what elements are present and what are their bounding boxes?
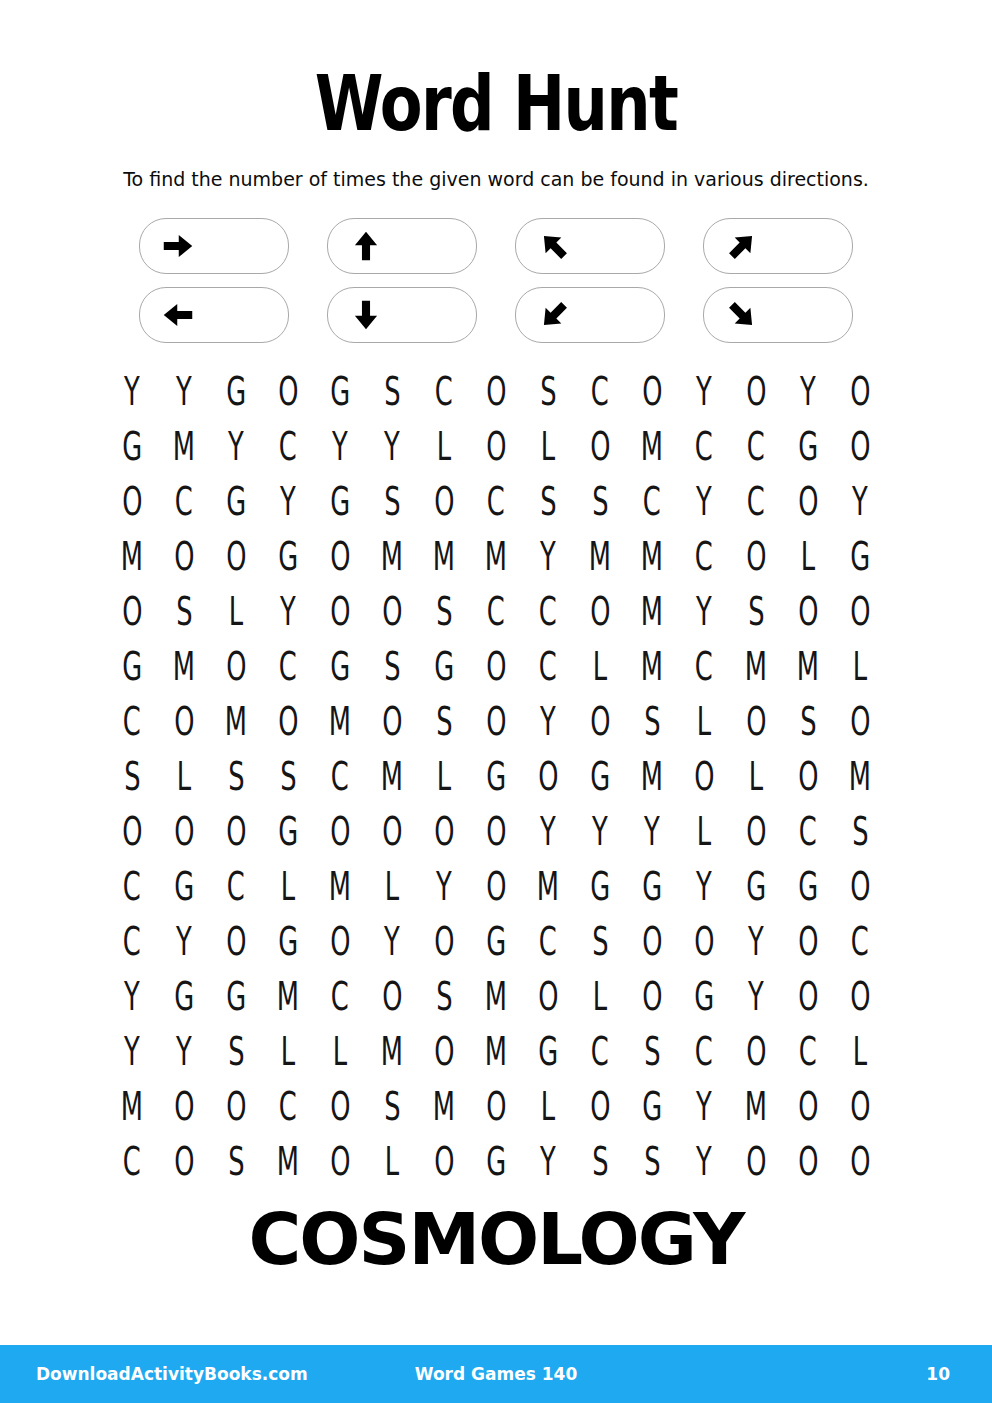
grid-letter: M bbox=[381, 537, 403, 576]
grid-cell: Y bbox=[158, 1024, 210, 1079]
grid-letter: Y bbox=[644, 812, 660, 851]
grid-cell: C bbox=[574, 1024, 626, 1079]
grid-cell: L bbox=[522, 1079, 574, 1134]
grid-cell: M bbox=[626, 529, 678, 584]
grid-cell: Y bbox=[678, 584, 730, 639]
grid-letter: L bbox=[385, 867, 399, 906]
grid-cell: G bbox=[314, 639, 366, 694]
grid-cell: G bbox=[210, 969, 262, 1024]
grid-letter: Y bbox=[540, 702, 556, 741]
grid-cell: O bbox=[470, 419, 522, 474]
grid-cell: O bbox=[418, 914, 470, 969]
grid-cell: G bbox=[418, 639, 470, 694]
grid-letter: G bbox=[278, 922, 298, 961]
grid-cell: S bbox=[418, 969, 470, 1024]
grid-cell: Y bbox=[522, 529, 574, 584]
grid-letter: C bbox=[123, 867, 141, 906]
grid-letter: O bbox=[798, 757, 818, 796]
grid-letter: S bbox=[228, 1032, 244, 1071]
grid-letter: C bbox=[175, 482, 193, 521]
grid-cell: M bbox=[418, 1079, 470, 1134]
grid-letter: O bbox=[434, 1032, 454, 1071]
grid-cell: C bbox=[782, 804, 834, 859]
grid-letter: C bbox=[123, 1142, 141, 1181]
grid-cell: L bbox=[418, 749, 470, 804]
grid-cell: M bbox=[314, 859, 366, 914]
grid-letter: L bbox=[697, 702, 711, 741]
grid-cell: O bbox=[470, 1079, 522, 1134]
grid-letter: C bbox=[695, 1032, 713, 1071]
grid-cell: S bbox=[210, 749, 262, 804]
grid-letter: L bbox=[697, 812, 711, 851]
grid-letter: S bbox=[748, 592, 764, 631]
grid-letter: L bbox=[229, 592, 243, 631]
grid-cell: C bbox=[106, 859, 158, 914]
grid-cell: S bbox=[366, 474, 418, 529]
grid-letter: M bbox=[433, 1087, 455, 1126]
grid-cell: M bbox=[522, 859, 574, 914]
grid-cell: O bbox=[158, 1134, 210, 1189]
grid-letter: C bbox=[279, 427, 297, 466]
grid-letter: O bbox=[486, 647, 506, 686]
grid-letter: Y bbox=[176, 1032, 192, 1071]
grid-letter: G bbox=[694, 977, 714, 1016]
grid-cell: Y bbox=[210, 419, 262, 474]
grid-cell: C bbox=[262, 1079, 314, 1134]
grid-letter: S bbox=[436, 592, 452, 631]
grid-letter: Y bbox=[696, 482, 712, 521]
grid-letter: C bbox=[435, 372, 453, 411]
grid-cell: G bbox=[678, 969, 730, 1024]
grid-letter: O bbox=[122, 592, 142, 631]
grid-letter: O bbox=[538, 977, 558, 1016]
grid-cell: O bbox=[106, 804, 158, 859]
grid-letter: S bbox=[852, 812, 868, 851]
grid-letter: O bbox=[434, 482, 454, 521]
grid-cell: M bbox=[470, 1024, 522, 1079]
grid-letter: G bbox=[746, 867, 766, 906]
grid-cell: O bbox=[470, 694, 522, 749]
grid-cell: M bbox=[834, 749, 886, 804]
grid-letter: O bbox=[330, 922, 350, 961]
grid-letter: C bbox=[851, 922, 869, 961]
grid-cell: M bbox=[106, 529, 158, 584]
grid-cell: Y bbox=[418, 859, 470, 914]
grid-letter: G bbox=[278, 812, 298, 851]
grid-letter: C bbox=[279, 647, 297, 686]
grid-cell: Y bbox=[782, 364, 834, 419]
grid-letter: O bbox=[486, 372, 506, 411]
grid-cell: L bbox=[262, 1024, 314, 1079]
grid-letter: M bbox=[537, 867, 559, 906]
grid-cell: S bbox=[574, 474, 626, 529]
grid-letter: Y bbox=[124, 977, 140, 1016]
grid-cell: O bbox=[470, 804, 522, 859]
grid-letter: O bbox=[538, 757, 558, 796]
grid-letter: O bbox=[746, 1032, 766, 1071]
grid-letter: O bbox=[330, 592, 350, 631]
grid-letter: S bbox=[592, 922, 608, 961]
grid-cell: O bbox=[834, 364, 886, 419]
grid-letter: O bbox=[642, 922, 662, 961]
grid-cell: M bbox=[158, 419, 210, 474]
grid-letter: O bbox=[590, 702, 610, 741]
grid-letter: M bbox=[641, 427, 663, 466]
grid-letter: Y bbox=[696, 592, 712, 631]
grid-cell: O bbox=[210, 639, 262, 694]
grid-letter: O bbox=[226, 537, 246, 576]
word-search-grid: YYGOGSCOSCOYOYOGMYCYYLOLOMCCGOOCGYGSOCSS… bbox=[0, 364, 992, 1189]
grid-letter: M bbox=[641, 757, 663, 796]
grid-letter: S bbox=[384, 482, 400, 521]
grid-cell: L bbox=[574, 639, 626, 694]
grid-cell: O bbox=[158, 1079, 210, 1134]
grid-letter: S bbox=[800, 702, 816, 741]
grid-letter: L bbox=[541, 1087, 555, 1126]
grid-cell: C bbox=[158, 474, 210, 529]
grid-letter: O bbox=[642, 977, 662, 1016]
grid-letter: O bbox=[382, 977, 402, 1016]
grid-cell: C bbox=[522, 639, 574, 694]
grid-cell: L bbox=[678, 804, 730, 859]
grid-cell: C bbox=[574, 364, 626, 419]
grid-cell: G bbox=[626, 1079, 678, 1134]
grid-letter: M bbox=[329, 867, 351, 906]
grid-letter: O bbox=[382, 592, 402, 631]
grid-cell: M bbox=[158, 639, 210, 694]
grid-letter: O bbox=[122, 812, 142, 851]
grid-letter: O bbox=[434, 922, 454, 961]
grid-cell: L bbox=[730, 749, 782, 804]
grid-letter: C bbox=[747, 427, 765, 466]
grid-letter: O bbox=[226, 922, 246, 961]
grid-cell: O bbox=[314, 529, 366, 584]
grid-cell: L bbox=[314, 1024, 366, 1079]
grid-letter: C bbox=[539, 922, 557, 961]
grid-cell: O bbox=[730, 804, 782, 859]
grid-cell: L bbox=[834, 1024, 886, 1079]
grid-letter: Y bbox=[800, 372, 816, 411]
grid-letter: O bbox=[798, 592, 818, 631]
grid-cell: O bbox=[314, 1134, 366, 1189]
direction-button-up bbox=[327, 218, 477, 274]
grid-cell: O bbox=[782, 1079, 834, 1134]
grid-letter: M bbox=[849, 757, 871, 796]
grid-cell: Y bbox=[366, 419, 418, 474]
grid-letter: L bbox=[177, 757, 191, 796]
grid-cell: C bbox=[314, 749, 366, 804]
direction-button-right bbox=[139, 218, 289, 274]
grid-letter: M bbox=[225, 702, 247, 741]
grid-letter: O bbox=[590, 592, 610, 631]
grid-cell: S bbox=[366, 639, 418, 694]
grid-letter: O bbox=[226, 812, 246, 851]
grid-cell: Y bbox=[730, 914, 782, 969]
arrow-down-icon bbox=[348, 297, 384, 333]
direction-button-down-left bbox=[515, 287, 665, 343]
grid-cell: M bbox=[626, 419, 678, 474]
grid-letter: L bbox=[853, 1032, 867, 1071]
grid-cell: G bbox=[574, 859, 626, 914]
grid-cell: O bbox=[262, 694, 314, 749]
grid-cell: M bbox=[626, 584, 678, 639]
grid-cell: O bbox=[418, 474, 470, 529]
target-word: COSMOLOGY bbox=[0, 1203, 992, 1275]
grid-letter: O bbox=[174, 702, 194, 741]
grid-cell: M bbox=[262, 1134, 314, 1189]
grid-cell: L bbox=[366, 859, 418, 914]
grid-cell: O bbox=[834, 419, 886, 474]
grid-letter: O bbox=[174, 537, 194, 576]
grid-cell: C bbox=[522, 584, 574, 639]
grid-cell: L bbox=[210, 584, 262, 639]
grid-cell: Y bbox=[262, 584, 314, 639]
grid-cell: O bbox=[314, 1079, 366, 1134]
grid-cell: G bbox=[262, 529, 314, 584]
grid-cell: C bbox=[678, 529, 730, 584]
grid-letter: C bbox=[695, 427, 713, 466]
grid-letter: O bbox=[850, 1087, 870, 1126]
grid-letter: S bbox=[436, 977, 452, 1016]
grid-letter: M bbox=[745, 1087, 767, 1126]
grid-cell: S bbox=[366, 364, 418, 419]
arrow-down-left-icon bbox=[529, 290, 580, 341]
grid-cell: C bbox=[106, 1134, 158, 1189]
grid-cell: O bbox=[782, 914, 834, 969]
grid-cell: C bbox=[678, 419, 730, 474]
grid-cell: G bbox=[158, 969, 210, 1024]
grid-cell: S bbox=[626, 1134, 678, 1189]
grid-letter: L bbox=[281, 1032, 295, 1071]
grid-cell: Y bbox=[834, 474, 886, 529]
grid-cell: Y bbox=[626, 804, 678, 859]
grid-letter: O bbox=[174, 812, 194, 851]
grid-letter: Y bbox=[540, 812, 556, 851]
grid-cell: C bbox=[418, 364, 470, 419]
grid-cell: O bbox=[782, 474, 834, 529]
grid-cell: O bbox=[210, 1079, 262, 1134]
grid-cell: M bbox=[366, 749, 418, 804]
grid-letter: C bbox=[123, 922, 141, 961]
grid-letter: M bbox=[433, 537, 455, 576]
direction-buttons-panel bbox=[0, 218, 992, 343]
grid-letter: G bbox=[174, 977, 194, 1016]
grid-letter: O bbox=[174, 1087, 194, 1126]
grid-letter: C bbox=[747, 482, 765, 521]
arrow-up-left-icon bbox=[529, 221, 580, 272]
grid-cell: O bbox=[574, 1079, 626, 1134]
grid-letter: S bbox=[436, 702, 452, 741]
grid-letter: L bbox=[593, 647, 607, 686]
grid-cell: Y bbox=[106, 364, 158, 419]
arrow-left-icon bbox=[160, 297, 196, 333]
grid-letter: Y bbox=[748, 922, 764, 961]
grid-cell: M bbox=[574, 529, 626, 584]
grid-letter: Y bbox=[540, 1142, 556, 1181]
grid-letter: O bbox=[486, 702, 506, 741]
grid-letter: O bbox=[746, 812, 766, 851]
grid-cell: G bbox=[782, 859, 834, 914]
grid-cell: O bbox=[210, 529, 262, 584]
grid-letter: M bbox=[173, 427, 195, 466]
grid-letter: M bbox=[329, 702, 351, 741]
grid-cell: M bbox=[626, 749, 678, 804]
grid-letter: O bbox=[226, 647, 246, 686]
grid-cell: O bbox=[366, 694, 418, 749]
grid-letter: S bbox=[384, 1087, 400, 1126]
grid-letter: Y bbox=[696, 1087, 712, 1126]
grid-letter: G bbox=[122, 647, 142, 686]
grid-cell: O bbox=[834, 1134, 886, 1189]
grid-letter: O bbox=[850, 427, 870, 466]
grid-cell: S bbox=[418, 694, 470, 749]
grid-letter: C bbox=[695, 537, 713, 576]
grid-letter: Y bbox=[540, 537, 556, 576]
grid-cell: S bbox=[626, 1024, 678, 1079]
grid-letter: G bbox=[590, 757, 610, 796]
grid-cell: O bbox=[418, 1134, 470, 1189]
grid-letter: O bbox=[278, 372, 298, 411]
grid-cell: C bbox=[522, 914, 574, 969]
grid-cell: O bbox=[626, 914, 678, 969]
grid-cell: O bbox=[314, 584, 366, 639]
grid-cell: O bbox=[210, 914, 262, 969]
grid-letter: O bbox=[434, 812, 454, 851]
grid-letter: O bbox=[798, 1142, 818, 1181]
grid-letter: L bbox=[437, 757, 451, 796]
grid-cell: S bbox=[730, 584, 782, 639]
grid-cell: O bbox=[366, 969, 418, 1024]
grid-letter: M bbox=[485, 537, 507, 576]
grid-cell: S bbox=[782, 694, 834, 749]
grid-cell: C bbox=[678, 1024, 730, 1079]
grid-letter: O bbox=[746, 372, 766, 411]
grid-letter: O bbox=[798, 482, 818, 521]
grid-letter: Y bbox=[176, 922, 192, 961]
grid-letter: Y bbox=[436, 867, 452, 906]
grid-letter: G bbox=[486, 922, 506, 961]
grid-letter: Y bbox=[228, 427, 244, 466]
grid-cell: L bbox=[418, 419, 470, 474]
grid-cell: C bbox=[678, 639, 730, 694]
grid-letter: S bbox=[540, 482, 556, 521]
grid-letter: C bbox=[591, 1032, 609, 1071]
instructions-text: To find the number of times the given wo… bbox=[0, 168, 992, 190]
grid-letter: O bbox=[486, 812, 506, 851]
grid-cell: Y bbox=[522, 1134, 574, 1189]
grid-letter: M bbox=[485, 977, 507, 1016]
grid-cell: G bbox=[262, 914, 314, 969]
grid-cell: G bbox=[210, 364, 262, 419]
grid-letter: M bbox=[121, 1087, 143, 1126]
arrow-down-right-icon bbox=[717, 290, 768, 341]
grid-cell: O bbox=[366, 584, 418, 639]
grid-letter: S bbox=[592, 1142, 608, 1181]
grid-cell: O bbox=[782, 969, 834, 1024]
worksheet-page: Word Hunt To find the number of times th… bbox=[0, 0, 992, 1403]
grid-cell: M bbox=[366, 1024, 418, 1079]
grid-letter: M bbox=[381, 757, 403, 796]
grid-letter: S bbox=[644, 1032, 660, 1071]
grid-cell: G bbox=[730, 859, 782, 914]
grid-cell: S bbox=[262, 749, 314, 804]
grid-letter: O bbox=[642, 372, 662, 411]
grid-cell: S bbox=[418, 584, 470, 639]
grid-cell: O bbox=[678, 914, 730, 969]
grid-letter: S bbox=[176, 592, 192, 631]
grid-cell: O bbox=[106, 474, 158, 529]
grid-letter: C bbox=[331, 757, 349, 796]
grid-letter: O bbox=[798, 922, 818, 961]
grid-cell: S bbox=[210, 1024, 262, 1079]
grid-letter: G bbox=[226, 482, 246, 521]
grid-cell: O bbox=[158, 804, 210, 859]
grid-cell: O bbox=[730, 1024, 782, 1079]
grid-letter: O bbox=[850, 702, 870, 741]
grid-letter: C bbox=[539, 592, 557, 631]
grid-cell: C bbox=[106, 694, 158, 749]
grid-cell: Y bbox=[678, 1134, 730, 1189]
grid-letter: O bbox=[798, 1087, 818, 1126]
direction-button-down-right bbox=[703, 287, 853, 343]
grid-letter: S bbox=[228, 757, 244, 796]
grid-letter: C bbox=[487, 592, 505, 631]
grid-letter: Y bbox=[696, 1142, 712, 1181]
grid-letter: Y bbox=[124, 372, 140, 411]
grid-cell: O bbox=[366, 804, 418, 859]
grid-cell: L bbox=[366, 1134, 418, 1189]
grid-cell: O bbox=[418, 1024, 470, 1079]
grid-letter: G bbox=[226, 372, 246, 411]
grid-cell: O bbox=[262, 364, 314, 419]
grid-cell: C bbox=[314, 969, 366, 1024]
grid-letter: Y bbox=[280, 482, 296, 521]
grid-cell: O bbox=[470, 364, 522, 419]
grid-letter: M bbox=[641, 592, 663, 631]
grid-cell: M bbox=[314, 694, 366, 749]
grid-cell: O bbox=[678, 749, 730, 804]
grid-cell: G bbox=[314, 474, 366, 529]
grid-letter: G bbox=[850, 537, 870, 576]
grid-letter: G bbox=[330, 372, 350, 411]
grid-letter: O bbox=[382, 702, 402, 741]
grid-cell: M bbox=[106, 1079, 158, 1134]
grid-letter: L bbox=[281, 867, 295, 906]
grid-letter: O bbox=[226, 1087, 246, 1126]
grid-cell: G bbox=[782, 419, 834, 474]
grid-cell: M bbox=[730, 639, 782, 694]
grid-letter: Y bbox=[748, 977, 764, 1016]
grid-letter: L bbox=[437, 427, 451, 466]
grid-cell: S bbox=[522, 364, 574, 419]
grid-letter: G bbox=[122, 427, 142, 466]
grid-letter: S bbox=[644, 1142, 660, 1181]
grid-letter: M bbox=[277, 977, 299, 1016]
grid-cell: O bbox=[158, 694, 210, 749]
grid-cell: L bbox=[262, 859, 314, 914]
grid-letter: Y bbox=[176, 372, 192, 411]
grid-cell: S bbox=[106, 749, 158, 804]
grid-cell: G bbox=[314, 364, 366, 419]
grid-cell: G bbox=[470, 914, 522, 969]
grid-letter: G bbox=[330, 647, 350, 686]
grid-letter: M bbox=[797, 647, 819, 686]
grid-letter: C bbox=[643, 482, 661, 521]
grid-cell: O bbox=[730, 1134, 782, 1189]
grid-letter: S bbox=[124, 757, 140, 796]
grid-letter: C bbox=[123, 702, 141, 741]
grid-letter: C bbox=[539, 647, 557, 686]
